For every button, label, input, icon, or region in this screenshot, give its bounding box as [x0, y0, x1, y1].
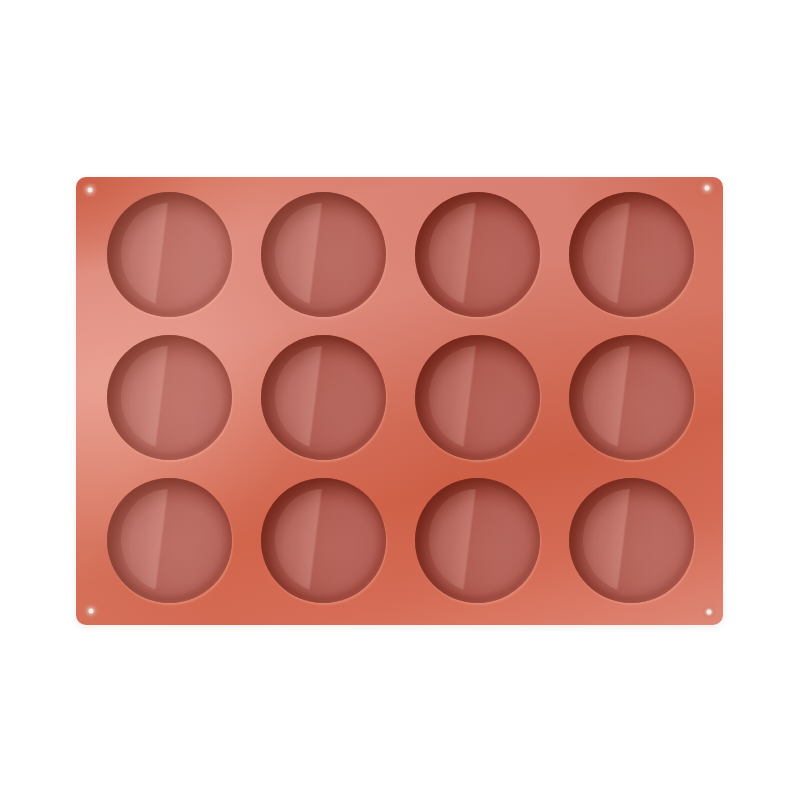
mold-cavity-r1c4: [569, 192, 694, 317]
mold-cavity-r3c3: [415, 478, 540, 603]
mold-cavity-r2c2: [261, 335, 386, 460]
photo-background: [0, 0, 800, 800]
mold-cavity-r2c3: [415, 335, 540, 460]
mold-cavity-r1c1: [107, 192, 232, 317]
mold-cavity-r2c1: [107, 335, 232, 460]
corner-hole-top-right: [699, 180, 715, 196]
mold-cavity-r3c2: [261, 478, 386, 603]
silicone-mold: [76, 177, 723, 625]
mold-cavity-r1c3: [415, 192, 540, 317]
corner-hole-bottom-left: [83, 603, 99, 619]
mold-cavity-r2c4: [569, 335, 694, 460]
mold-cavity-r3c4: [569, 478, 694, 603]
mold-cavity-r1c2: [261, 192, 386, 317]
corner-hole-top-left: [82, 182, 98, 198]
mold-cavity-r3c1: [107, 478, 232, 603]
corner-hole-bottom-right: [701, 604, 717, 620]
